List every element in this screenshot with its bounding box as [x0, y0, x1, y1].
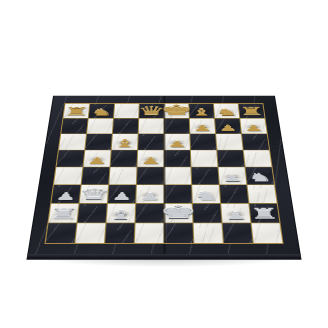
square-a3: ♟: [51, 185, 80, 203]
square-f4: [192, 167, 219, 184]
square-h1: [252, 223, 283, 243]
square-h2: ♜: [249, 204, 279, 223]
square-g5: [217, 150, 244, 166]
square-d7: [139, 119, 164, 134]
piece-silver-pawn: ♟: [111, 192, 132, 202]
square-d3: ♟: [136, 185, 163, 203]
piece-silver-queen: ♛: [77, 187, 110, 202]
piece-gold-knight: ♞: [90, 107, 113, 117]
square-c6: ♝: [112, 134, 138, 150]
piece-gold-rook: ♜: [238, 106, 265, 117]
square-d2: [136, 204, 164, 223]
piece-silver-knight: ♞: [247, 172, 273, 183]
square-c5: [111, 150, 138, 166]
piece-silver-pawn: ♟: [140, 192, 161, 202]
square-d1: [135, 223, 164, 243]
square-f7: ♟: [190, 119, 215, 134]
square-g3: [220, 185, 249, 203]
piece-gold-rook: ♜: [63, 106, 90, 117]
square-f8: ♝: [189, 104, 214, 118]
square-e4: [165, 167, 192, 184]
square-b1: [75, 223, 105, 243]
square-g7: ♟: [215, 119, 241, 134]
piece-silver-pawn: ♟: [225, 211, 247, 221]
square-d5: ♟: [138, 150, 164, 166]
square-h5: [244, 150, 272, 166]
square-c1: [105, 223, 134, 243]
piece-gold-knight: ♞: [215, 107, 238, 117]
piece-gold-bishop: ♝: [190, 107, 213, 117]
square-g2: ♟: [221, 204, 250, 223]
square-h6: [242, 134, 269, 150]
chess-board: ♜♞♛♚♝♞♜♟♟♟♝♟♟♟♟♞♟♛♟♟♞♜♝♚♟♜: [28, 96, 299, 254]
square-e1: [165, 223, 194, 243]
piece-silver-rook: ♜: [48, 207, 79, 221]
square-d6: [138, 134, 163, 150]
square-e6: ♟: [164, 134, 189, 150]
square-a4: [54, 167, 82, 184]
square-g8: ♞: [214, 104, 239, 118]
piece-gold-pawn: ♟: [193, 124, 212, 132]
square-b2: [78, 204, 107, 223]
square-c8: [114, 104, 139, 118]
square-e7: [164, 119, 189, 134]
square-c4: [109, 167, 136, 184]
piece-silver-knight: ♞: [193, 190, 219, 202]
square-c3: ♟: [108, 185, 136, 203]
square-h4: ♞: [246, 167, 274, 184]
square-c7: [113, 119, 138, 134]
square-f6: [190, 134, 216, 150]
square-b4: [82, 167, 110, 184]
board-front-edge: [26, 254, 301, 260]
square-e5: [164, 150, 190, 166]
square-f1: [194, 223, 223, 243]
square-b6: [85, 134, 112, 150]
square-g6: [216, 134, 243, 150]
square-e3: [165, 185, 192, 203]
piece-gold-bishop: ♝: [113, 138, 137, 148]
square-e2: ♚: [165, 204, 193, 223]
square-a1: [46, 223, 77, 243]
square-h7: ♟: [240, 119, 266, 134]
piece-silver-pawn: ♟: [55, 192, 77, 202]
square-a8: ♜: [63, 104, 89, 118]
fold-seam-squares: [163, 104, 165, 243]
piece-gold-queen: ♛: [137, 105, 165, 117]
piece-silver-rook: ♜: [249, 207, 280, 221]
piece-gold-pawn: ♟: [141, 156, 161, 165]
piece-gold-pawn: ♟: [168, 140, 187, 149]
piece-silver-bishop: ♝: [108, 208, 134, 221]
square-b8: ♞: [89, 104, 114, 118]
square-h3: [247, 185, 276, 203]
square-a6: [59, 134, 86, 150]
piece-silver-pawn: ♟: [222, 174, 243, 183]
square-f2: [193, 204, 222, 223]
square-f5: [191, 150, 218, 166]
square-b3: ♛: [80, 185, 109, 203]
square-d8: ♛: [139, 104, 163, 118]
square-a2: ♜: [49, 204, 79, 223]
board-grid: ♜♞♛♚♝♞♜♟♟♟♝♟♟♟♟♞♟♛♟♟♞♜♝♚♟♜: [44, 103, 283, 244]
square-g1: [223, 223, 253, 243]
piece-gold-pawn: ♟: [244, 124, 264, 132]
piece-gold-pawn: ♟: [87, 156, 107, 165]
square-g4: ♟: [219, 167, 247, 184]
square-a7: [61, 119, 87, 134]
square-e8: ♚: [164, 104, 188, 118]
piece-gold-pawn: ♟: [218, 124, 237, 132]
square-h8: ♜: [239, 104, 265, 118]
square-f3: ♞: [192, 185, 220, 203]
square-b5: ♟: [84, 150, 111, 166]
square-a5: [57, 150, 85, 166]
square-d4: [137, 167, 164, 184]
square-b7: [87, 119, 113, 134]
square-c2: ♝: [107, 204, 136, 223]
